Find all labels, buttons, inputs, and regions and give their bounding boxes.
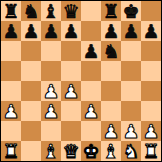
square-h2[interactable]: ♟ <box>141 121 161 141</box>
square-a4[interactable] <box>1 81 21 101</box>
black-king[interactable]: ♚ <box>122 1 139 21</box>
square-g1[interactable]: ♞ <box>121 141 141 161</box>
square-g4[interactable] <box>121 81 141 101</box>
square-g7[interactable]: ♟ <box>121 21 141 41</box>
black-rook[interactable]: ♜ <box>102 1 119 21</box>
square-g6[interactable] <box>121 41 141 61</box>
black-pawn[interactable]: ♟ <box>22 21 39 41</box>
square-d4[interactable]: ♟ <box>61 81 81 101</box>
square-a1[interactable]: ♜ <box>1 141 21 161</box>
white-pawn[interactable]: ♟ <box>2 101 19 121</box>
black-pawn[interactable]: ♟ <box>122 21 139 41</box>
square-h5[interactable] <box>141 61 161 81</box>
black-pawn[interactable]: ♟ <box>2 21 19 41</box>
black-bishop[interactable]: ♝ <box>42 1 59 21</box>
square-d2[interactable] <box>61 121 81 141</box>
square-g3[interactable] <box>121 101 141 121</box>
square-c4[interactable]: ♟ <box>41 81 61 101</box>
square-b1[interactable] <box>21 141 41 161</box>
square-c2[interactable] <box>41 121 61 141</box>
square-d7[interactable]: ♟ <box>61 21 81 41</box>
white-king[interactable]: ♚ <box>82 141 99 161</box>
black-pawn[interactable]: ♟ <box>42 21 59 41</box>
square-h7[interactable]: ♟ <box>141 21 161 41</box>
square-e1[interactable]: ♚ <box>81 141 101 161</box>
square-e8[interactable] <box>81 1 101 21</box>
square-h6[interactable] <box>141 41 161 61</box>
white-pawn[interactable]: ♟ <box>62 81 79 101</box>
square-d8[interactable]: ♛ <box>61 1 81 21</box>
white-pawn[interactable]: ♟ <box>42 81 59 101</box>
square-e5[interactable] <box>81 61 101 81</box>
square-b2[interactable] <box>21 121 41 141</box>
white-bishop[interactable]: ♝ <box>42 141 59 161</box>
black-knight[interactable]: ♞ <box>22 1 39 21</box>
square-e6[interactable]: ♟ <box>81 41 101 61</box>
square-c1[interactable]: ♝ <box>41 141 61 161</box>
square-g2[interactable]: ♟ <box>121 121 141 141</box>
square-a7[interactable]: ♟ <box>1 21 21 41</box>
square-f4[interactable] <box>101 81 121 101</box>
white-pawn[interactable]: ♟ <box>102 121 119 141</box>
square-h1[interactable]: ♜ <box>141 141 161 161</box>
square-f5[interactable] <box>101 61 121 81</box>
black-queen[interactable]: ♛ <box>62 1 79 21</box>
white-pawn[interactable]: ♟ <box>42 101 59 121</box>
black-rook[interactable]: ♜ <box>2 1 19 21</box>
square-b4[interactable] <box>21 81 41 101</box>
square-f6[interactable]: ♞ <box>101 41 121 61</box>
black-pawn[interactable]: ♟ <box>82 41 99 61</box>
white-knight[interactable]: ♞ <box>122 141 139 161</box>
square-f2[interactable]: ♟ <box>101 121 121 141</box>
square-b8[interactable]: ♞ <box>21 1 41 21</box>
white-queen[interactable]: ♛ <box>62 141 79 161</box>
square-d1[interactable]: ♛ <box>61 141 81 161</box>
square-g5[interactable] <box>121 61 141 81</box>
square-b3[interactable] <box>21 101 41 121</box>
square-h4[interactable] <box>141 81 161 101</box>
square-d5[interactable] <box>61 61 81 81</box>
square-f1[interactable]: ♝ <box>101 141 121 161</box>
square-e4[interactable] <box>81 81 101 101</box>
square-a8[interactable]: ♜ <box>1 1 21 21</box>
square-c3[interactable]: ♟ <box>41 101 61 121</box>
square-h3[interactable] <box>141 101 161 121</box>
square-a5[interactable] <box>1 61 21 81</box>
square-c8[interactable]: ♝ <box>41 1 61 21</box>
white-pawn[interactable]: ♟ <box>82 101 99 121</box>
square-g8[interactable]: ♚ <box>121 1 141 21</box>
white-pawn[interactable]: ♟ <box>142 121 159 141</box>
black-pawn[interactable]: ♟ <box>102 21 119 41</box>
square-d6[interactable] <box>61 41 81 61</box>
square-c7[interactable]: ♟ <box>41 21 61 41</box>
square-a2[interactable] <box>1 121 21 141</box>
square-f7[interactable]: ♟ <box>101 21 121 41</box>
square-a6[interactable] <box>1 41 21 61</box>
white-rook[interactable]: ♜ <box>142 141 159 161</box>
square-e3[interactable]: ♟ <box>81 101 101 121</box>
square-h8[interactable] <box>141 1 161 21</box>
black-knight[interactable]: ♞ <box>102 41 119 61</box>
square-c6[interactable] <box>41 41 61 61</box>
square-c5[interactable] <box>41 61 61 81</box>
square-d3[interactable] <box>61 101 81 121</box>
white-rook[interactable]: ♜ <box>2 141 19 161</box>
black-pawn[interactable]: ♟ <box>62 21 79 41</box>
square-f3[interactable] <box>101 101 121 121</box>
white-bishop[interactable]: ♝ <box>102 141 119 161</box>
black-pawn[interactable]: ♟ <box>142 21 159 41</box>
square-a3[interactable]: ♟ <box>1 101 21 121</box>
square-e2[interactable] <box>81 121 101 141</box>
chess-board: ♜♞♝♛♜♚♟♟♟♟♟♟♟♟♞♟♟♟♟♟♟♟♟♜♝♛♚♝♞♜ <box>0 0 162 162</box>
white-pawn[interactable]: ♟ <box>122 121 139 141</box>
square-b7[interactable]: ♟ <box>21 21 41 41</box>
square-b5[interactable] <box>21 61 41 81</box>
square-f8[interactable]: ♜ <box>101 1 121 21</box>
square-b6[interactable] <box>21 41 41 61</box>
square-e7[interactable] <box>81 21 101 41</box>
